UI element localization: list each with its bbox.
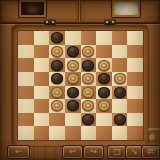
redo-button[interactable]: ↪ [84, 146, 103, 158]
board-square[interactable] [96, 31, 112, 45]
board-square[interactable] [127, 58, 143, 72]
checker-light[interactable] [82, 46, 94, 57]
board-square[interactable] [34, 72, 50, 86]
board-square[interactable] [49, 86, 65, 100]
board-square[interactable] [112, 58, 128, 72]
board-square[interactable] [112, 45, 128, 59]
checker-dark[interactable] [51, 60, 63, 71]
board-square[interactable] [65, 45, 81, 59]
checker-dark[interactable] [114, 87, 126, 98]
light-piece-portrait-image [114, 2, 138, 15]
board-square[interactable] [18, 31, 34, 45]
board-square[interactable] [34, 31, 50, 45]
board-grid [18, 31, 143, 140]
board-square[interactable] [49, 126, 65, 140]
board-square[interactable] [65, 86, 81, 100]
player-avatar-light[interactable] [112, 0, 140, 17]
checker-dark[interactable] [51, 32, 63, 43]
undo-button[interactable]: ↩ [63, 146, 82, 158]
board-square[interactable] [96, 113, 112, 127]
checker-dark[interactable] [98, 73, 110, 84]
board-square[interactable] [49, 113, 65, 127]
board-square[interactable] [18, 45, 34, 59]
board-square[interactable] [127, 31, 143, 45]
back-button[interactable]: ← [8, 146, 29, 158]
board-square[interactable] [127, 126, 143, 140]
board-square[interactable] [49, 72, 65, 86]
board-square[interactable] [18, 99, 34, 113]
board-square[interactable] [112, 31, 128, 45]
board-square[interactable] [34, 113, 50, 127]
board-square[interactable] [127, 113, 143, 127]
checker-dark[interactable] [67, 100, 79, 111]
checker-dark[interactable] [67, 87, 79, 98]
checker-light[interactable] [51, 100, 63, 111]
player-avatar-dark[interactable] [19, 0, 46, 17]
checker-dark[interactable] [114, 114, 126, 125]
board-square[interactable] [65, 72, 81, 86]
board-square[interactable] [81, 58, 97, 72]
board-square[interactable] [96, 99, 112, 113]
board-square[interactable] [112, 72, 128, 86]
board-square[interactable] [81, 99, 97, 113]
board-square[interactable] [81, 31, 97, 45]
dark-piece-portrait-image [21, 2, 44, 15]
board-square[interactable] [18, 72, 34, 86]
checker-dark[interactable] [51, 73, 63, 84]
board-square[interactable] [18, 113, 34, 127]
board-square[interactable] [96, 72, 112, 86]
checker-light[interactable] [82, 73, 94, 84]
board-square[interactable] [65, 113, 81, 127]
board-square[interactable] [65, 99, 81, 113]
board-square[interactable] [112, 126, 128, 140]
board-square[interactable] [18, 58, 34, 72]
board-square[interactable] [127, 45, 143, 59]
board-square[interactable] [96, 86, 112, 100]
board-square[interactable] [18, 126, 34, 140]
board-square[interactable] [18, 86, 34, 100]
board-square[interactable] [81, 126, 97, 140]
board-square[interactable] [81, 113, 97, 127]
board-square[interactable] [34, 45, 50, 59]
checker-dark[interactable] [82, 114, 94, 125]
board-square[interactable] [34, 99, 50, 113]
board-square[interactable] [96, 58, 112, 72]
board-square[interactable] [81, 86, 97, 100]
move-button[interactable]: ↘ [126, 146, 142, 158]
board-square[interactable] [34, 58, 50, 72]
board-square[interactable] [127, 99, 143, 113]
board-square[interactable] [81, 45, 97, 59]
board-square[interactable] [112, 99, 128, 113]
checker-light[interactable] [67, 73, 79, 84]
checker-dark[interactable] [98, 87, 110, 98]
board-square[interactable] [49, 45, 65, 59]
checker-light[interactable] [98, 60, 110, 71]
board-square[interactable] [49, 31, 65, 45]
board-square[interactable] [49, 58, 65, 72]
board-square[interactable] [96, 45, 112, 59]
board-square[interactable] [112, 86, 128, 100]
checker-light[interactable] [51, 87, 63, 98]
switch-button[interactable]: ⇄ [142, 146, 159, 158]
board-square[interactable] [127, 72, 143, 86]
new-board-button[interactable]: □ [108, 146, 126, 158]
board-square[interactable] [127, 86, 143, 100]
board-square[interactable] [49, 99, 65, 113]
board-square[interactable] [34, 86, 50, 100]
checker-light[interactable] [82, 100, 94, 111]
board-square[interactable] [34, 126, 50, 140]
checker-light[interactable] [114, 73, 126, 84]
board-square[interactable] [65, 31, 81, 45]
checker-light[interactable] [51, 46, 63, 57]
checker-light[interactable] [98, 100, 110, 111]
checker-dark[interactable] [67, 46, 79, 57]
board-square[interactable] [65, 126, 81, 140]
checker-light[interactable] [67, 60, 79, 71]
app-screen: ← ↩ ↪ □ ↘ ⇄ [0, 0, 160, 160]
board-square[interactable] [96, 126, 112, 140]
checker-light[interactable] [82, 87, 94, 98]
board-square[interactable] [65, 58, 81, 72]
board-square[interactable] [81, 72, 97, 86]
checker-dark[interactable] [82, 60, 94, 71]
board-square[interactable] [112, 113, 128, 127]
